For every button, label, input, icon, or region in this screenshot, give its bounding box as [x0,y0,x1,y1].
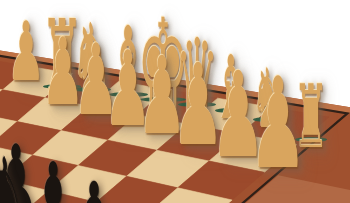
piece-black-knight[interactable]: ♞ [0,142,38,203]
piece-white-pawn-8[interactable]: ♟ [242,61,315,187]
pieces-layer: ♜♞♝♚♛♝♞♜♟♟♟♟♟♟♟♟♞♟♟♟ [0,0,350,203]
piece-black-pawn-3[interactable]: ♟ [58,168,131,203]
product-photo-scene: ♜♞♝♚♛♝♞♜♟♟♟♟♟♟♟♟♞♟♟♟ [0,0,350,203]
